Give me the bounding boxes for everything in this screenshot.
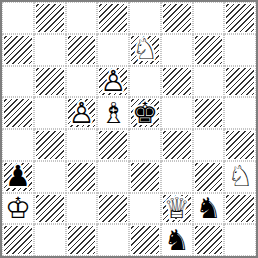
- chess-board-frame: ♞♘♟♙♟♙♝♗♚♟♞♘♚♔♛♕♞♞: [0, 0, 258, 258]
- square-e5[interactable]: ♚: [129, 97, 161, 129]
- square-f8[interactable]: [161, 2, 193, 34]
- square-d6[interactable]: ♟♙: [97, 66, 129, 98]
- square-g5[interactable]: [193, 97, 225, 129]
- square-b3[interactable]: [34, 161, 66, 193]
- square-g4[interactable]: [193, 129, 225, 161]
- piece-outline-layer: ♗: [98, 98, 129, 129]
- square-a1[interactable]: [2, 224, 34, 256]
- square-a8[interactable]: [2, 2, 34, 34]
- piece-fill-layer: ♚: [129, 98, 160, 129]
- white-king: ♚♔: [2, 193, 33, 224]
- square-b8[interactable]: [34, 2, 66, 34]
- square-h8[interactable]: [224, 2, 256, 34]
- square-b4[interactable]: [34, 129, 66, 161]
- piece-fill-layer: ♞: [193, 193, 224, 224]
- square-d4[interactable]: [97, 129, 129, 161]
- square-e6[interactable]: [129, 66, 161, 98]
- square-e3[interactable]: [129, 161, 161, 193]
- square-g2[interactable]: ♞: [193, 193, 225, 225]
- piece-outline-layer: ♙: [98, 66, 129, 97]
- square-b6[interactable]: [34, 66, 66, 98]
- square-b5[interactable]: [34, 97, 66, 129]
- square-c7[interactable]: [66, 34, 98, 66]
- square-c1[interactable]: [66, 224, 98, 256]
- piece-outline-layer: ♘: [129, 34, 160, 65]
- square-a7[interactable]: [2, 34, 34, 66]
- square-c8[interactable]: [66, 2, 98, 34]
- black-king: ♚: [129, 98, 160, 129]
- black-pawn: ♟: [2, 161, 33, 192]
- square-e4[interactable]: [129, 129, 161, 161]
- square-c3[interactable]: [66, 161, 98, 193]
- piece-outline-layer: ♕: [161, 193, 192, 224]
- square-d7[interactable]: [97, 34, 129, 66]
- piece-fill-layer: ♟: [2, 161, 33, 192]
- square-c4[interactable]: [66, 129, 98, 161]
- square-h5[interactable]: [224, 97, 256, 129]
- square-d5[interactable]: ♝♗: [97, 97, 129, 129]
- white-pawn: ♟♙: [66, 98, 97, 129]
- square-c5[interactable]: ♟♙: [66, 97, 98, 129]
- square-g6[interactable]: [193, 66, 225, 98]
- square-f2[interactable]: ♛♕: [161, 193, 193, 225]
- square-g8[interactable]: [193, 2, 225, 34]
- square-h1[interactable]: [224, 224, 256, 256]
- white-queen: ♛♕: [161, 193, 192, 224]
- white-pawn: ♟♙: [98, 66, 129, 97]
- piece-outline-layer: ♙: [66, 98, 97, 129]
- square-h4[interactable]: [224, 129, 256, 161]
- square-h7[interactable]: [224, 34, 256, 66]
- white-knight: ♞♘: [225, 161, 256, 192]
- square-d1[interactable]: [97, 224, 129, 256]
- square-g3[interactable]: [193, 161, 225, 193]
- square-c6[interactable]: [66, 66, 98, 98]
- square-g7[interactable]: [193, 34, 225, 66]
- square-g1[interactable]: [193, 224, 225, 256]
- square-f6[interactable]: [161, 66, 193, 98]
- square-e7[interactable]: ♞♘: [129, 34, 161, 66]
- square-f3[interactable]: [161, 161, 193, 193]
- square-c2[interactable]: [66, 193, 98, 225]
- piece-outline-layer: ♘: [225, 161, 256, 192]
- black-knight: ♞: [161, 225, 192, 256]
- square-a4[interactable]: [2, 129, 34, 161]
- square-e1[interactable]: [129, 224, 161, 256]
- square-a6[interactable]: [2, 66, 34, 98]
- square-b2[interactable]: [34, 193, 66, 225]
- piece-fill-layer: ♞: [161, 225, 192, 256]
- white-bishop: ♝♗: [98, 98, 129, 129]
- chess-board: ♞♘♟♙♟♙♝♗♚♟♞♘♚♔♛♕♞♞: [2, 2, 256, 256]
- black-knight: ♞: [193, 193, 224, 224]
- square-d3[interactable]: [97, 161, 129, 193]
- square-e2[interactable]: [129, 193, 161, 225]
- piece-outline-layer: ♔: [2, 193, 33, 224]
- square-e8[interactable]: [129, 2, 161, 34]
- square-b1[interactable]: [34, 224, 66, 256]
- square-f7[interactable]: [161, 34, 193, 66]
- square-a2[interactable]: ♚♔: [2, 193, 34, 225]
- square-a5[interactable]: [2, 97, 34, 129]
- square-f4[interactable]: [161, 129, 193, 161]
- square-h6[interactable]: [224, 66, 256, 98]
- square-f1[interactable]: ♞: [161, 224, 193, 256]
- square-h2[interactable]: [224, 193, 256, 225]
- square-h3[interactable]: ♞♘: [224, 161, 256, 193]
- square-b7[interactable]: [34, 34, 66, 66]
- square-d2[interactable]: [97, 193, 129, 225]
- square-a3[interactable]: ♟: [2, 161, 34, 193]
- square-d8[interactable]: [97, 2, 129, 34]
- square-f5[interactable]: [161, 97, 193, 129]
- white-knight: ♞♘: [129, 34, 160, 65]
